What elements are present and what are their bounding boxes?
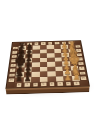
black-pawn: ♟ [22,42,37,49]
white-queen: ♛ [65,49,81,61]
frame-border: 7 [26,42,33,46]
coordinate-label: C [77,53,82,56]
square: ♟ [61,53,69,57]
black-pawn: ♟ [20,55,36,63]
coordinate-label: C [12,55,17,58]
frame-border: A [12,46,19,50]
square [40,58,47,63]
chess-set-photo: 87654321A♜♟♟♜AB♞♟♟♞BC♝♟♟♝CD♛♟♟♛DE♚♟♟♚EF♝… [0,0,95,126]
square [54,53,62,57]
square [54,49,61,53]
square: ♞ [18,50,26,54]
coordinate-label: 4 [48,42,52,44]
coordinate-label: 5 [41,42,45,44]
coordinate-label: B [13,51,18,54]
coordinate-label: F [79,67,84,70]
white-bishop: ♝ [65,46,80,57]
square [54,45,61,49]
frame-border: A [74,44,81,48]
square: ♝ [68,52,76,56]
frame-border: 8 [19,42,26,46]
coordinate-label: E [78,62,83,65]
square [40,53,47,57]
white-rook: ♜ [64,40,79,48]
frame-border: 2 [60,41,67,45]
board-tilt-wrapper: 87654321A♜♟♟♜AB♞♟♟♞BC♝♟♟♝CD♛♟♟♛DE♚♟♟♚EF♝… [2,21,93,101]
square: ♞ [68,48,76,52]
square [32,49,39,53]
frame-corner [74,41,81,45]
white-pawn: ♟ [57,45,72,53]
chess-board: 87654321A♜♟♟♜AB♞♟♟♞BC♝♟♟♝CD♛♟♟♛DE♚♟♟♚EF♝… [5,40,90,89]
coordinate-label: A [13,47,17,50]
frame-border: 4 [47,41,54,45]
coordinate-label: 3 [57,82,62,85]
coordinate-label: 7 [24,83,29,86]
frame-border: 5 [40,42,47,46]
coordinate-label: D [11,59,16,62]
coordinate-label: E [11,64,16,67]
black-queen: ♛ [13,51,29,63]
frame-border: B [11,50,18,54]
frame-border: D [76,57,84,62]
coordinate-label: 6 [33,83,38,86]
coordinate-label: 1 [68,42,72,44]
white-pawn: ♟ [57,49,72,57]
coordinate-label: F [10,68,15,71]
white-pawn: ♟ [58,54,74,62]
square: ♝ [18,54,26,58]
coordinate-label: 8 [16,83,21,86]
perspective-scene: 87654321A♜♟♟♜AB♞♟♟♞BC♝♟♟♝CD♛♟♟♛DE♚♟♟♚EF♝… [3,22,92,100]
coordinate-label: 2 [66,82,71,85]
coordinate-label: D [78,57,83,60]
coordinate-label: 6 [34,43,38,45]
black-rook: ♜ [14,42,29,50]
square [33,45,40,49]
coordinate-label: 8 [20,43,24,45]
square: ♟ [60,45,67,49]
square [47,57,55,62]
square [47,53,54,57]
frame-border: 3 [53,41,60,45]
white-knight: ♞ [64,43,79,53]
box-front-edge [6,86,90,95]
coordinate-label: 2 [62,42,66,44]
coordinate-label: G [80,71,85,74]
square: ♟ [62,57,70,62]
square: ♟ [25,50,32,54]
coordinate-label: H [81,76,86,79]
square: ♜ [18,46,25,50]
frame-border: C [11,54,18,58]
frame-border: 6 [33,42,40,46]
square: ♟ [61,49,69,53]
coordinate-label: H [9,78,14,81]
square: ♛ [17,58,25,63]
square: ♟ [25,46,32,50]
coordinate-label: 7 [27,43,31,45]
frame-corner [12,42,19,46]
black-pawn: ♟ [21,46,36,54]
frame-border: 1 [67,41,74,45]
square [32,58,40,63]
coordinate-label: 4 [49,82,54,85]
square [54,57,62,62]
coordinate-label: 1 [74,82,79,85]
square: ♜ [67,44,75,48]
coordinate-label: B [76,49,81,52]
square [31,77,39,82]
frame-border: B [75,48,82,52]
black-bishop: ♝ [13,48,28,59]
square [40,45,47,49]
coordinate-label: 3 [55,42,59,44]
square: ♟ [25,54,33,58]
frame-border: D [10,58,17,63]
square: ♟ [25,58,33,63]
black-knight: ♞ [14,45,29,55]
square [47,49,54,53]
white-pawn: ♟ [57,41,72,48]
coordinate-label: A [76,45,81,47]
square: ♛ [69,57,77,62]
frame-border: C [76,52,84,56]
square [40,49,47,53]
black-pawn: ♟ [21,51,36,59]
square [47,45,54,49]
coordinate-label: G [10,73,15,76]
square [32,53,39,57]
coordinate-label: 5 [41,83,46,86]
